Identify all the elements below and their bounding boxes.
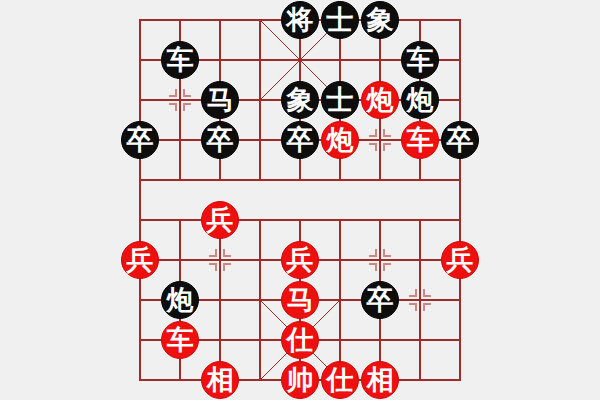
piece-black-horse[interactable]: 马 — [201, 81, 239, 119]
piece-black-advisor[interactable]: 士 — [321, 1, 359, 39]
piece-black-elephant[interactable]: 象 — [361, 1, 399, 39]
piece-red-general[interactable]: 帅 — [281, 361, 319, 399]
xiangqi-board[interactable]: 将士象车车马象士炮炮卒卒卒炮车卒兵兵兵兵炮马卒车仕相帅仕相 — [0, 0, 600, 400]
piece-red-elephant[interactable]: 相 — [201, 361, 239, 399]
pieces-layer: 将士象车车马象士炮炮卒卒卒炮车卒兵兵兵兵炮马卒车仕相帅仕相 — [0, 0, 600, 400]
piece-red-cannon[interactable]: 炮 — [361, 81, 399, 119]
piece-black-chariot[interactable]: 车 — [401, 41, 439, 79]
piece-red-cannon[interactable]: 炮 — [321, 121, 359, 159]
piece-black-advisor[interactable]: 士 — [321, 81, 359, 119]
piece-red-chariot[interactable]: 车 — [161, 321, 199, 359]
piece-red-chariot[interactable]: 车 — [401, 121, 439, 159]
piece-red-soldier[interactable]: 兵 — [281, 241, 319, 279]
piece-black-general[interactable]: 将 — [281, 1, 319, 39]
piece-red-advisor[interactable]: 仕 — [321, 361, 359, 399]
piece-red-soldier[interactable]: 兵 — [441, 241, 479, 279]
piece-black-chariot[interactable]: 车 — [161, 41, 199, 79]
piece-black-cannon[interactable]: 炮 — [401, 81, 439, 119]
piece-red-soldier[interactable]: 兵 — [121, 241, 159, 279]
piece-red-soldier[interactable]: 兵 — [201, 201, 239, 239]
piece-red-advisor[interactable]: 仕 — [281, 321, 319, 359]
piece-black-soldier[interactable]: 卒 — [201, 121, 239, 159]
piece-black-soldier[interactable]: 卒 — [281, 121, 319, 159]
piece-black-soldier[interactable]: 卒 — [361, 281, 399, 319]
piece-red-horse[interactable]: 马 — [281, 281, 319, 319]
piece-red-elephant[interactable]: 相 — [361, 361, 399, 399]
piece-black-cannon[interactable]: 炮 — [161, 281, 199, 319]
piece-black-elephant[interactable]: 象 — [281, 81, 319, 119]
piece-black-soldier[interactable]: 卒 — [121, 121, 159, 159]
piece-black-soldier[interactable]: 卒 — [441, 121, 479, 159]
